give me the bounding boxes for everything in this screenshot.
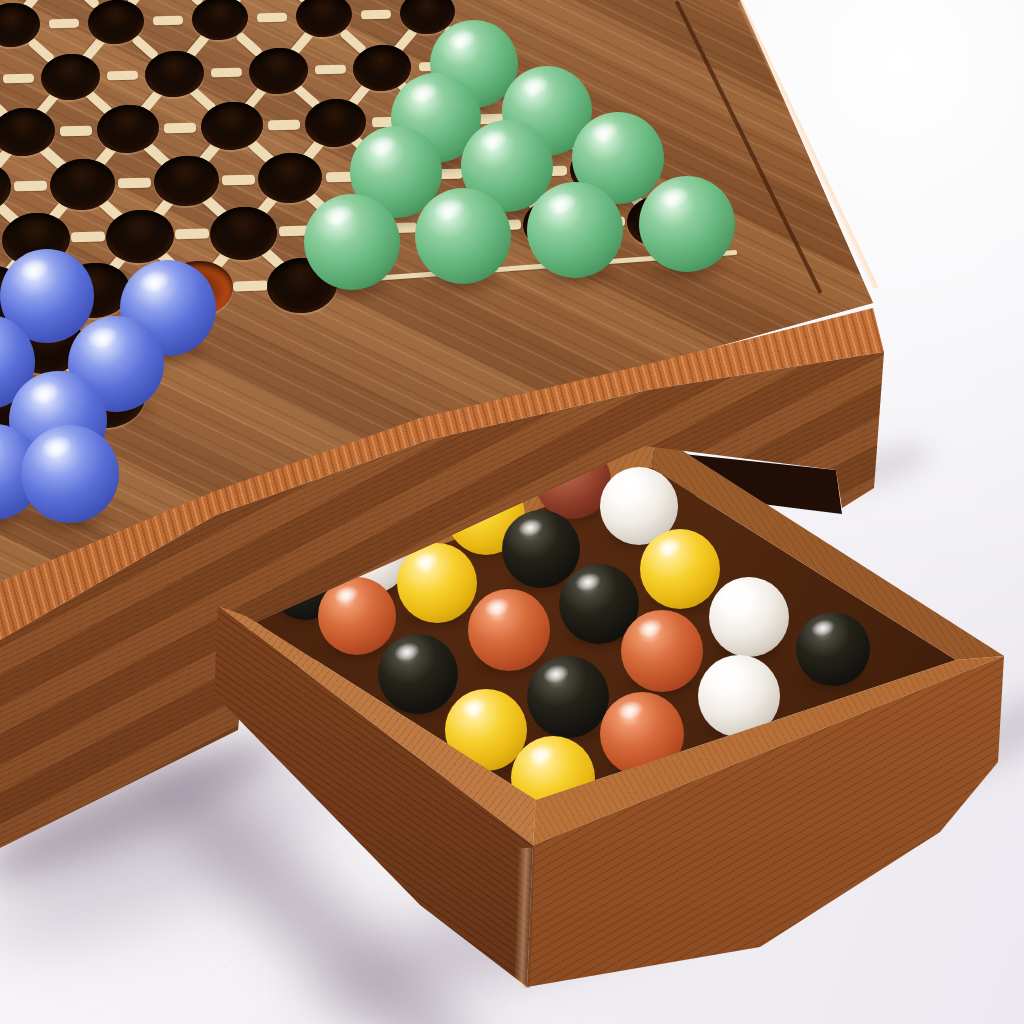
star-inlay-dash <box>361 10 391 20</box>
marble-shine <box>17 256 51 283</box>
marble-shine <box>809 618 836 640</box>
star-inlay-dash <box>2 73 33 83</box>
star-inlay-dash <box>153 16 183 26</box>
star-inlay-dash <box>60 125 92 135</box>
marble-red[interactable] <box>468 589 550 671</box>
marble-shine <box>321 201 356 229</box>
marble-shine <box>636 616 666 640</box>
star-inlay-dash <box>232 281 267 292</box>
star-inlay-dash <box>106 70 137 80</box>
marble-shine <box>614 473 642 496</box>
marble-green[interactable] <box>415 188 511 284</box>
marble-shine <box>366 133 399 160</box>
marble-shine <box>526 742 557 766</box>
marble-shine <box>411 549 440 572</box>
marble-shine <box>38 432 74 460</box>
marble-shine <box>573 570 602 593</box>
marble-yellow[interactable] <box>397 543 477 623</box>
marble-black[interactable] <box>378 634 458 714</box>
star-inlay-dash <box>117 177 150 188</box>
star-inlay-dash <box>13 180 46 191</box>
star-inlay-dash <box>221 174 254 185</box>
marble-shine <box>656 183 691 211</box>
marble-shine <box>615 698 646 722</box>
marble-shine <box>460 695 490 719</box>
marble-blue[interactable] <box>21 425 119 523</box>
star-inlay-dash <box>314 64 345 74</box>
star-inlay-dash <box>49 19 79 29</box>
marble-white[interactable] <box>709 577 789 657</box>
star-inlay-dash <box>257 13 287 23</box>
marble-yellow[interactable] <box>640 529 720 609</box>
marble-shine <box>432 195 467 223</box>
star-inlay-dash <box>175 229 209 240</box>
marble-shine <box>392 640 421 663</box>
marble-shine <box>477 127 510 154</box>
star-inlay-dash <box>71 232 105 243</box>
marble-shine <box>544 189 579 217</box>
marble-shine <box>85 323 120 351</box>
marble-shine <box>518 73 551 99</box>
marble-shine <box>713 661 743 685</box>
marble-shine <box>446 27 478 53</box>
marble-shine <box>654 535 683 558</box>
marble-black[interactable] <box>796 612 870 686</box>
marble-black[interactable] <box>527 656 609 738</box>
star-inlay-dash <box>268 119 300 129</box>
marble-shine <box>483 595 513 619</box>
marble-shine <box>542 662 572 686</box>
marble-shine <box>407 80 440 106</box>
marble-shine <box>723 583 752 606</box>
marble-shine <box>588 119 621 146</box>
marble-green[interactable] <box>527 182 623 278</box>
scene <box>0 0 1024 1024</box>
star-inlay-dash <box>164 122 196 132</box>
marble-red[interactable] <box>621 610 703 692</box>
marble-shine <box>516 516 544 539</box>
marble-shine <box>137 267 172 295</box>
marble-green[interactable] <box>639 176 735 272</box>
marble-shine <box>26 378 62 406</box>
star-inlay-dash <box>210 67 241 77</box>
marble-green[interactable] <box>304 194 400 290</box>
